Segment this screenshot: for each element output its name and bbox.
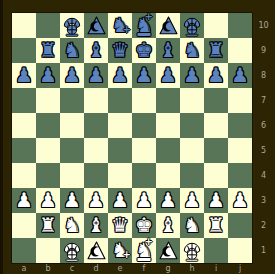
rook: ♜ xyxy=(207,38,225,63)
pawn: ♟ xyxy=(63,63,81,88)
piece-black-knight[interactable]: ♞ xyxy=(60,38,84,63)
rank-label-5: 5 xyxy=(252,138,275,163)
rank-label-7: 7 xyxy=(252,88,275,113)
rook: ♜ xyxy=(39,213,57,238)
square-j6[interactable] xyxy=(228,113,252,138)
square-j3[interactable]: ♟ xyxy=(228,188,252,213)
square-b10[interactable] xyxy=(36,13,60,38)
piece-white-bishop[interactable]: ♝ xyxy=(156,213,180,238)
square-c5[interactable] xyxy=(60,138,84,163)
square-d5[interactable] xyxy=(84,138,108,163)
file-label-b: b xyxy=(36,263,60,274)
square-c4[interactable] xyxy=(60,163,84,188)
knight: ♞ xyxy=(63,38,81,63)
piece-white-king[interactable]: ♚ xyxy=(132,213,156,238)
rank-label-8: 8 xyxy=(252,63,275,88)
square-f8[interactable]: ♟ xyxy=(132,63,156,88)
wizard-hat-crescent-icon xyxy=(87,240,106,261)
square-i6[interactable] xyxy=(204,113,228,138)
bishop: ♝ xyxy=(159,213,177,238)
piece-white-marshall[interactable]: ♞+ xyxy=(132,238,156,263)
square-a3[interactable]: ♟ xyxy=(12,188,36,213)
piece-white-rook[interactable]: ♜ xyxy=(36,213,60,238)
square-a2[interactable] xyxy=(12,213,36,238)
square-d9[interactable]: ♝ xyxy=(84,38,108,63)
pawn: ♟ xyxy=(135,188,153,213)
square-e5[interactable] xyxy=(108,138,132,163)
pawn: ♟ xyxy=(231,63,249,88)
champion-helmet-icon xyxy=(182,15,202,37)
bishop: ♝ xyxy=(159,38,177,63)
square-g9[interactable]: ♝ xyxy=(156,38,180,63)
square-e2[interactable]: ♛ xyxy=(108,213,132,238)
square-d3[interactable]: ♟ xyxy=(84,188,108,213)
square-b6[interactable] xyxy=(36,113,60,138)
king: ♚ xyxy=(135,213,153,238)
square-a1[interactable] xyxy=(12,238,36,263)
square-h3[interactable]: ♟ xyxy=(180,188,204,213)
square-j1[interactable] xyxy=(228,238,252,263)
piece-black-bishop[interactable]: ♝ xyxy=(156,38,180,63)
square-h8[interactable]: ♟ xyxy=(180,63,204,88)
file-label-e: e xyxy=(108,263,132,274)
square-b8[interactable]: ♟ xyxy=(36,63,60,88)
square-g8[interactable]: ♟ xyxy=(156,63,180,88)
square-j7[interactable] xyxy=(228,88,252,113)
pawn: ♟ xyxy=(159,63,177,88)
piece-black-rook[interactable]: ♜ xyxy=(36,38,60,63)
piece-black-queen[interactable]: ♛ xyxy=(108,38,132,63)
pawn: ♟ xyxy=(15,63,33,88)
square-j8[interactable]: ♟ xyxy=(228,63,252,88)
pawn: ♟ xyxy=(111,63,129,88)
file-label-i: i xyxy=(204,263,228,274)
square-b3[interactable]: ♟ xyxy=(36,188,60,213)
pawn: ♟ xyxy=(39,188,57,213)
square-g1[interactable] xyxy=(156,238,180,263)
square-i2[interactable]: ♜ xyxy=(204,213,228,238)
piece-black-pawn[interactable]: ♟ xyxy=(228,63,252,88)
square-g10[interactable] xyxy=(156,13,180,38)
pawn: ♟ xyxy=(63,188,81,213)
square-f3[interactable]: ♟ xyxy=(132,188,156,213)
piece-white-knight[interactable]: ♞ xyxy=(180,213,204,238)
piece-black-pawn[interactable]: ♟ xyxy=(84,63,108,88)
square-i1[interactable] xyxy=(204,238,228,263)
piece-white-pawn[interactable]: ♟ xyxy=(36,188,60,213)
square-c10[interactable] xyxy=(60,13,84,38)
pawn: ♟ xyxy=(207,63,225,88)
square-b2[interactable]: ♜ xyxy=(36,213,60,238)
pedestal-base xyxy=(137,257,152,262)
square-d6[interactable] xyxy=(84,113,108,138)
square-a4[interactable] xyxy=(12,163,36,188)
queen: ♛ xyxy=(111,38,129,63)
piece-black-pawn[interactable]: ♟ xyxy=(180,63,204,88)
square-e8[interactable]: ♟ xyxy=(108,63,132,88)
square-e7[interactable] xyxy=(108,88,132,113)
piece-black-rook[interactable]: ♜ xyxy=(204,38,228,63)
square-c3[interactable]: ♟ xyxy=(60,188,84,213)
board-window: ♞+♞+♜♞♝♛♚♝♞♜♟♟♟♟♟♟♟♟♟♟♟♟♟♟♟♟♟♟♟♟♜♞♝♛♚♝♞♜… xyxy=(0,0,275,274)
piece-black-wizard[interactable] xyxy=(84,13,108,38)
piece-black-wizard[interactable] xyxy=(156,13,180,38)
square-b7[interactable] xyxy=(36,88,60,113)
square-i5[interactable] xyxy=(204,138,228,163)
pawn: ♟ xyxy=(135,63,153,88)
piece-black-pawn[interactable]: ♟ xyxy=(132,63,156,88)
wizard-hat-crescent-icon xyxy=(159,15,178,36)
pawn: ♟ xyxy=(87,63,105,88)
file-label-f: f xyxy=(132,263,156,274)
piece-black-knight[interactable]: ♞ xyxy=(180,38,204,63)
pawn: ♟ xyxy=(111,188,129,213)
rank-label-3: 3 xyxy=(252,188,275,213)
file-labels: abcdefghij xyxy=(12,263,252,274)
piece-black-pawn[interactable]: ♟ xyxy=(36,63,60,88)
square-f4[interactable] xyxy=(132,163,156,188)
pawn: ♟ xyxy=(231,188,249,213)
rank-label-2: 2 xyxy=(252,213,275,238)
square-d2[interactable]: ♝ xyxy=(84,213,108,238)
wizard-hat-crescent-icon xyxy=(87,15,106,36)
square-h7[interactable] xyxy=(180,88,204,113)
square-g2[interactable]: ♝ xyxy=(156,213,180,238)
square-j4[interactable] xyxy=(228,163,252,188)
file-label-h: h xyxy=(180,263,204,274)
square-h4[interactable] xyxy=(180,163,204,188)
piece-black-pawn[interactable]: ♟ xyxy=(60,63,84,88)
file-label-a: a xyxy=(12,263,36,274)
piece-black-archbishop[interactable]: ♞+ xyxy=(108,13,132,38)
cross-badge-icon: + xyxy=(123,25,131,35)
piece-white-pawn[interactable]: ♟ xyxy=(228,188,252,213)
piece-white-pawn[interactable]: ♟ xyxy=(84,188,108,213)
square-c9[interactable]: ♞ xyxy=(60,38,84,63)
square-i3[interactable]: ♟ xyxy=(204,188,228,213)
square-f9[interactable]: ♚ xyxy=(132,38,156,63)
pawn: ♟ xyxy=(15,188,33,213)
square-d1[interactable] xyxy=(84,238,108,263)
board: ♞+♞+♜♞♝♛♚♝♞♜♟♟♟♟♟♟♟♟♟♟♟♟♟♟♟♟♟♟♟♟♜♞♝♛♚♝♞♜… xyxy=(12,13,252,263)
square-g3[interactable]: ♟ xyxy=(156,188,180,213)
square-e4[interactable] xyxy=(108,163,132,188)
piece-white-knight[interactable]: ♞ xyxy=(60,213,84,238)
piece-black-king[interactable]: ♚ xyxy=(132,38,156,63)
file-label-j: j xyxy=(228,263,252,274)
piece-white-pawn[interactable]: ♟ xyxy=(156,188,180,213)
square-a7[interactable] xyxy=(12,88,36,113)
piece-black-champion[interactable] xyxy=(60,13,84,38)
square-f2[interactable]: ♚ xyxy=(132,213,156,238)
square-i8[interactable]: ♟ xyxy=(204,63,228,88)
square-h1[interactable] xyxy=(180,238,204,263)
piece-white-pawn[interactable]: ♟ xyxy=(180,188,204,213)
knight: ♞ xyxy=(183,213,201,238)
cross-badge-icon: + xyxy=(123,250,131,260)
square-g6[interactable] xyxy=(156,113,180,138)
square-b9[interactable]: ♜ xyxy=(36,38,60,63)
square-j10[interactable] xyxy=(228,13,252,38)
pawn: ♟ xyxy=(39,63,57,88)
knight: ♞ xyxy=(63,213,81,238)
square-c6[interactable] xyxy=(60,113,84,138)
piece-white-archbishop[interactable]: ♞+ xyxy=(108,238,132,263)
square-a5[interactable] xyxy=(12,138,36,163)
square-g7[interactable] xyxy=(156,88,180,113)
pawn: ♟ xyxy=(87,188,105,213)
square-d8[interactable]: ♟ xyxy=(84,63,108,88)
square-e6[interactable] xyxy=(108,113,132,138)
rank-label-6: 6 xyxy=(252,113,275,138)
rook: ♜ xyxy=(39,38,57,63)
square-b5[interactable] xyxy=(36,138,60,163)
square-c8[interactable]: ♟ xyxy=(60,63,84,88)
file-label-d: d xyxy=(84,263,108,274)
square-j2[interactable] xyxy=(228,213,252,238)
square-h9[interactable]: ♞ xyxy=(180,38,204,63)
square-d4[interactable] xyxy=(84,163,108,188)
square-i4[interactable] xyxy=(204,163,228,188)
cross-badge-icon: + xyxy=(145,12,153,22)
square-f6[interactable] xyxy=(132,113,156,138)
square-a9[interactable] xyxy=(12,38,36,63)
file-label-c: c xyxy=(60,263,84,274)
square-c7[interactable] xyxy=(60,88,84,113)
champion-helmet-icon xyxy=(182,240,202,262)
bishop: ♝ xyxy=(87,38,105,63)
piece-black-pawn[interactable]: ♟ xyxy=(108,63,132,88)
square-h10[interactable] xyxy=(180,13,204,38)
rank-label-10: 10 xyxy=(252,13,275,38)
cross-badge-icon: + xyxy=(145,237,153,247)
piece-black-pawn[interactable]: ♟ xyxy=(12,63,36,88)
pawn: ♟ xyxy=(183,63,201,88)
piece-black-bishop[interactable]: ♝ xyxy=(84,38,108,63)
pedestal-base xyxy=(137,32,152,37)
square-a8[interactable]: ♟ xyxy=(12,63,36,88)
piece-white-wizard[interactable] xyxy=(156,238,180,263)
square-i10[interactable] xyxy=(204,13,228,38)
square-c2[interactable]: ♞ xyxy=(60,213,84,238)
wizard-hat-crescent-icon xyxy=(159,240,178,261)
square-d10[interactable] xyxy=(84,13,108,38)
queen: ♛ xyxy=(111,213,129,238)
bishop: ♝ xyxy=(87,213,105,238)
rank-label-9: 9 xyxy=(252,38,275,63)
piece-white-pawn[interactable]: ♟ xyxy=(60,188,84,213)
square-h5[interactable] xyxy=(180,138,204,163)
square-g5[interactable] xyxy=(156,138,180,163)
champion-helmet-icon xyxy=(62,240,82,262)
square-j5[interactable] xyxy=(228,138,252,163)
file-label-g: g xyxy=(156,263,180,274)
piece-white-champion[interactable] xyxy=(60,238,84,263)
frame-left-edge xyxy=(0,0,3,274)
champion-helmet-icon xyxy=(62,15,82,37)
square-g4[interactable] xyxy=(156,163,180,188)
square-c1[interactable] xyxy=(60,238,84,263)
square-f1[interactable]: ♞+ xyxy=(132,238,156,263)
pawn: ♟ xyxy=(183,188,201,213)
square-e3[interactable]: ♟ xyxy=(108,188,132,213)
rank-label-1: 1 xyxy=(252,238,275,263)
square-e1[interactable]: ♞+ xyxy=(108,238,132,263)
square-b4[interactable] xyxy=(36,163,60,188)
piece-white-queen[interactable]: ♛ xyxy=(108,213,132,238)
piece-black-pawn[interactable]: ♟ xyxy=(204,63,228,88)
square-f7[interactable] xyxy=(132,88,156,113)
piece-black-champion[interactable] xyxy=(180,13,204,38)
piece-white-pawn[interactable]: ♟ xyxy=(204,188,228,213)
rank-labels: 10987654321 xyxy=(252,13,275,263)
square-e10[interactable]: ♞+ xyxy=(108,13,132,38)
pawn: ♟ xyxy=(159,188,177,213)
square-d7[interactable] xyxy=(84,88,108,113)
square-i7[interactable] xyxy=(204,88,228,113)
square-f5[interactable] xyxy=(132,138,156,163)
square-a10[interactable] xyxy=(12,13,36,38)
square-a6[interactable] xyxy=(12,113,36,138)
square-e9[interactable]: ♛ xyxy=(108,38,132,63)
rook: ♜ xyxy=(207,213,225,238)
square-f10[interactable]: ♞+ xyxy=(132,13,156,38)
piece-white-bishop[interactable]: ♝ xyxy=(84,213,108,238)
square-h6[interactable] xyxy=(180,113,204,138)
square-h2[interactable]: ♞ xyxy=(180,213,204,238)
piece-white-pawn[interactable]: ♟ xyxy=(108,188,132,213)
piece-white-pawn[interactable]: ♟ xyxy=(132,188,156,213)
piece-black-marshall[interactable]: ♞+ xyxy=(132,13,156,38)
pawn: ♟ xyxy=(207,188,225,213)
square-b1[interactable] xyxy=(36,238,60,263)
piece-white-wizard[interactable] xyxy=(84,238,108,263)
king: ♚ xyxy=(135,38,153,63)
piece-white-pawn[interactable]: ♟ xyxy=(12,188,36,213)
square-i9[interactable]: ♜ xyxy=(204,38,228,63)
rank-label-4: 4 xyxy=(252,163,275,188)
knight: ♞ xyxy=(183,38,201,63)
piece-white-champion[interactable] xyxy=(180,238,204,263)
piece-black-pawn[interactable]: ♟ xyxy=(156,63,180,88)
piece-white-rook[interactable]: ♜ xyxy=(204,213,228,238)
square-j9[interactable] xyxy=(228,38,252,63)
